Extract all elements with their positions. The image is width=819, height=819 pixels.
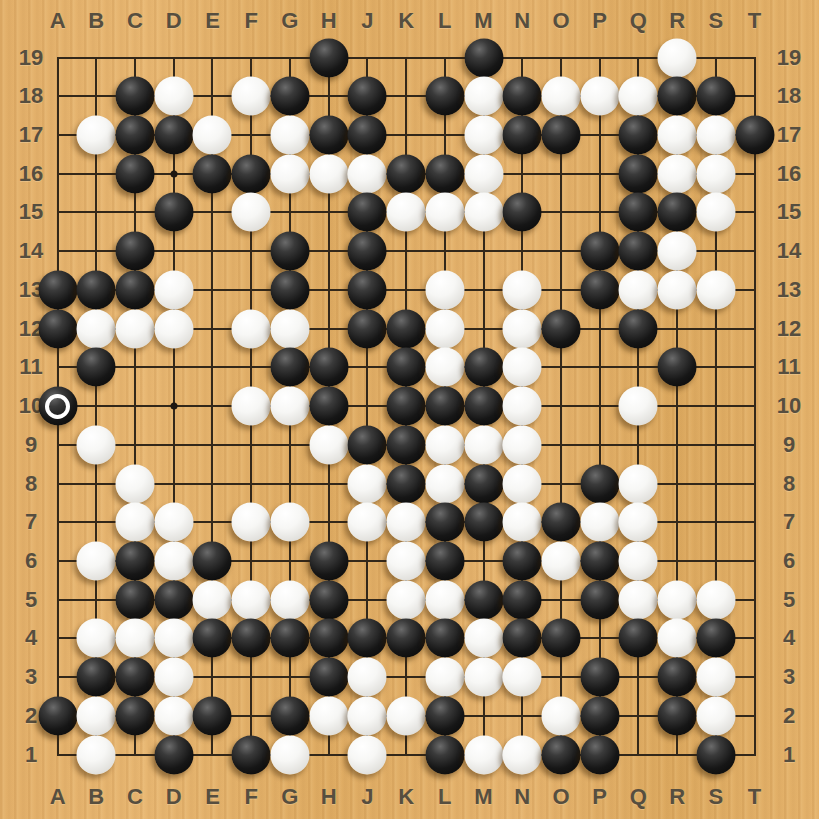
stone-black-N15 — [503, 193, 542, 232]
coord-label-column-bottom: G — [281, 784, 298, 810]
stone-white-F12 — [232, 309, 271, 348]
stone-white-O2 — [541, 696, 580, 735]
coord-label-column-bottom: B — [88, 784, 104, 810]
stone-black-L4 — [425, 619, 464, 658]
coord-label-row-right: 4 — [783, 625, 795, 651]
stone-white-F15 — [232, 193, 271, 232]
stone-white-O18 — [541, 77, 580, 116]
stone-white-F5 — [232, 580, 271, 619]
coord-label-row-left: 19 — [19, 45, 43, 71]
stone-black-C16 — [116, 154, 155, 193]
stone-black-K11 — [387, 348, 426, 387]
coord-label-column-bottom: E — [205, 784, 220, 810]
stone-white-G17 — [270, 116, 309, 155]
coord-label-column-bottom: T — [748, 784, 761, 810]
stone-black-A2 — [38, 696, 77, 735]
stone-black-N4 — [503, 619, 542, 658]
stone-black-P5 — [580, 580, 619, 619]
stone-black-K12 — [387, 309, 426, 348]
stone-black-C17 — [116, 116, 155, 155]
stone-black-P6 — [580, 541, 619, 580]
stone-black-E2 — [193, 696, 232, 735]
last-move-marker — [45, 394, 70, 419]
stone-black-Q15 — [619, 193, 658, 232]
stone-white-F7 — [232, 503, 271, 542]
stone-white-D13 — [154, 270, 193, 309]
stone-black-G13 — [270, 270, 309, 309]
stone-white-Q10 — [619, 387, 658, 426]
stone-black-D15 — [154, 193, 193, 232]
stone-white-B2 — [77, 696, 116, 735]
stone-white-Q7 — [619, 503, 658, 542]
coord-label-column-bottom: R — [669, 784, 685, 810]
stone-black-T17 — [735, 116, 774, 155]
stone-white-M15 — [464, 193, 503, 232]
stone-black-Q17 — [619, 116, 658, 155]
stone-white-K2 — [387, 696, 426, 735]
stone-white-S3 — [696, 658, 735, 697]
stone-white-J7 — [348, 503, 387, 542]
stone-black-Q16 — [619, 154, 658, 193]
coord-label-column-top: T — [748, 8, 761, 34]
stone-black-K10 — [387, 387, 426, 426]
stone-black-C6 — [116, 541, 155, 580]
stone-white-J8 — [348, 464, 387, 503]
stone-black-C2 — [116, 696, 155, 735]
stone-black-R18 — [658, 77, 697, 116]
stone-white-B12 — [77, 309, 116, 348]
stone-white-H2 — [309, 696, 348, 735]
stone-white-N8 — [503, 464, 542, 503]
coord-label-row-right: 19 — [777, 45, 801, 71]
coord-label-row-left: 17 — [19, 122, 43, 148]
stone-black-A10 — [38, 387, 77, 426]
stone-white-N1 — [503, 735, 542, 774]
stone-white-M16 — [464, 154, 503, 193]
stone-black-J18 — [348, 77, 387, 116]
coord-label-row-right: 13 — [777, 277, 801, 303]
stone-white-N13 — [503, 270, 542, 309]
stone-black-N5 — [503, 580, 542, 619]
stone-black-O17 — [541, 116, 580, 155]
coord-label-row-right: 14 — [777, 238, 801, 264]
stone-white-J1 — [348, 735, 387, 774]
coord-label-column-bottom: A — [50, 784, 66, 810]
stone-black-K8 — [387, 464, 426, 503]
stone-white-Q18 — [619, 77, 658, 116]
stone-white-C12 — [116, 309, 155, 348]
stone-white-N3 — [503, 658, 542, 697]
coord-label-column-top: O — [552, 8, 569, 34]
coord-label-column-bottom: K — [398, 784, 414, 810]
coord-label-row-left: 9 — [25, 432, 37, 458]
coord-label-row-right: 10 — [777, 393, 801, 419]
coord-label-row-right: 12 — [777, 316, 801, 342]
stone-white-D3 — [154, 658, 193, 697]
coord-label-row-right: 1 — [783, 742, 795, 768]
coord-label-column-top: R — [669, 8, 685, 34]
stone-white-B6 — [77, 541, 116, 580]
stone-black-D17 — [154, 116, 193, 155]
stone-black-Q14 — [619, 232, 658, 271]
stone-white-Q5 — [619, 580, 658, 619]
stone-black-A12 — [38, 309, 77, 348]
coord-label-column-bottom: S — [708, 784, 723, 810]
stone-black-R2 — [658, 696, 697, 735]
stone-white-R13 — [658, 270, 697, 309]
coord-label-column-bottom: O — [552, 784, 569, 810]
stone-black-M8 — [464, 464, 503, 503]
stone-white-K7 — [387, 503, 426, 542]
stone-white-N12 — [503, 309, 542, 348]
coord-label-row-left: 3 — [25, 664, 37, 690]
coord-label-column-bottom: J — [361, 784, 373, 810]
coord-label-row-right: 6 — [783, 548, 795, 574]
go-game-screenshot: AABBCCDDEEFFGGHHJJKKLLMMNNOOPPQQRRSSTT19… — [0, 0, 819, 819]
stone-black-E4 — [193, 619, 232, 658]
stone-white-C7 — [116, 503, 155, 542]
stone-black-M10 — [464, 387, 503, 426]
stone-black-K9 — [387, 425, 426, 464]
stone-black-R15 — [658, 193, 697, 232]
go-board[interactable]: AABBCCDDEEFFGGHHJJKKLLMMNNOOPPQQRRSSTT19… — [0, 0, 819, 819]
coord-label-row-right: 7 — [783, 509, 795, 535]
stone-white-B9 — [77, 425, 116, 464]
stone-white-M18 — [464, 77, 503, 116]
stone-black-M5 — [464, 580, 503, 619]
stone-white-D4 — [154, 619, 193, 658]
coord-label-column-top: Q — [630, 8, 647, 34]
coord-label-column-bottom: M — [474, 784, 492, 810]
coord-label-column-top: D — [166, 8, 182, 34]
coord-label-column-top: J — [361, 8, 373, 34]
stone-black-N18 — [503, 77, 542, 116]
stone-black-M7 — [464, 503, 503, 542]
stone-black-Q12 — [619, 309, 658, 348]
stone-white-O6 — [541, 541, 580, 580]
stone-white-Q6 — [619, 541, 658, 580]
stone-white-M4 — [464, 619, 503, 658]
coord-label-row-left: 1 — [25, 742, 37, 768]
stone-black-H19 — [309, 38, 348, 77]
stone-black-R11 — [658, 348, 697, 387]
stone-black-P14 — [580, 232, 619, 271]
coord-label-row-right: 18 — [777, 83, 801, 109]
coord-label-row-right: 9 — [783, 432, 795, 458]
stone-black-J13 — [348, 270, 387, 309]
stone-black-N17 — [503, 116, 542, 155]
coord-label-row-right: 5 — [783, 587, 795, 613]
stone-black-C14 — [116, 232, 155, 271]
stone-white-R4 — [658, 619, 697, 658]
stone-white-L13 — [425, 270, 464, 309]
stone-white-H9 — [309, 425, 348, 464]
stone-white-N7 — [503, 503, 542, 542]
stone-white-L9 — [425, 425, 464, 464]
coord-label-row-left: 5 — [25, 587, 37, 613]
stone-black-H4 — [309, 619, 348, 658]
stone-black-L1 — [425, 735, 464, 774]
stone-black-B13 — [77, 270, 116, 309]
stone-white-R5 — [658, 580, 697, 619]
stone-white-M17 — [464, 116, 503, 155]
coord-label-column-top: B — [88, 8, 104, 34]
stone-black-A13 — [38, 270, 77, 309]
stone-black-L7 — [425, 503, 464, 542]
stone-black-G18 — [270, 77, 309, 116]
coord-label-column-top: M — [474, 8, 492, 34]
stone-white-G12 — [270, 309, 309, 348]
stone-black-L18 — [425, 77, 464, 116]
stone-black-F16 — [232, 154, 271, 193]
coord-label-row-left: 11 — [19, 354, 42, 380]
stone-black-C3 — [116, 658, 155, 697]
stone-black-L6 — [425, 541, 464, 580]
stone-black-H5 — [309, 580, 348, 619]
stone-black-H3 — [309, 658, 348, 697]
stone-black-F4 — [232, 619, 271, 658]
stone-white-P18 — [580, 77, 619, 116]
coord-label-row-left: 14 — [19, 238, 43, 264]
stone-black-O4 — [541, 619, 580, 658]
stone-black-B11 — [77, 348, 116, 387]
stone-black-H10 — [309, 387, 348, 426]
stone-black-M19 — [464, 38, 503, 77]
star-point — [170, 403, 177, 410]
grid-line-vertical — [754, 57, 756, 756]
stone-black-C18 — [116, 77, 155, 116]
stone-black-L10 — [425, 387, 464, 426]
stone-black-N6 — [503, 541, 542, 580]
coord-label-row-left: 16 — [19, 161, 43, 187]
coord-label-row-left: 2 — [25, 703, 37, 729]
coord-label-column-top: F — [244, 8, 257, 34]
grid-line-vertical — [599, 57, 601, 756]
stone-white-D12 — [154, 309, 193, 348]
coord-label-row-left: 8 — [25, 471, 37, 497]
stone-white-R19 — [658, 38, 697, 77]
stone-white-G16 — [270, 154, 309, 193]
stone-white-N9 — [503, 425, 542, 464]
stone-white-P7 — [580, 503, 619, 542]
coord-label-column-bottom: N — [514, 784, 530, 810]
stone-white-S17 — [696, 116, 735, 155]
coord-label-column-bottom: C — [127, 784, 143, 810]
coord-label-column-top: S — [708, 8, 723, 34]
coord-label-row-right: 17 — [777, 122, 801, 148]
stone-white-L11 — [425, 348, 464, 387]
stone-white-K5 — [387, 580, 426, 619]
coord-label-column-bottom: D — [166, 784, 182, 810]
stone-black-D5 — [154, 580, 193, 619]
stone-white-B17 — [77, 116, 116, 155]
stone-white-C8 — [116, 464, 155, 503]
stone-black-H6 — [309, 541, 348, 580]
stone-black-C5 — [116, 580, 155, 619]
stone-black-P2 — [580, 696, 619, 735]
stone-black-R3 — [658, 658, 697, 697]
stone-black-B3 — [77, 658, 116, 697]
stone-black-E16 — [193, 154, 232, 193]
coord-label-row-left: 6 — [25, 548, 37, 574]
stone-black-K4 — [387, 619, 426, 658]
stone-black-S1 — [696, 735, 735, 774]
coord-label-row-right: 3 — [783, 664, 795, 690]
coord-label-column-bottom: L — [438, 784, 451, 810]
coord-label-column-bottom: P — [592, 784, 607, 810]
stone-white-S15 — [696, 193, 735, 232]
coord-label-row-left: 4 — [25, 625, 37, 651]
stone-white-D7 — [154, 503, 193, 542]
stone-white-D18 — [154, 77, 193, 116]
stone-white-R17 — [658, 116, 697, 155]
stone-black-G14 — [270, 232, 309, 271]
stone-black-S18 — [696, 77, 735, 116]
stone-black-K16 — [387, 154, 426, 193]
stone-white-G5 — [270, 580, 309, 619]
coord-label-column-top: L — [438, 8, 451, 34]
stone-black-O12 — [541, 309, 580, 348]
stone-white-S2 — [696, 696, 735, 735]
stone-white-D2 — [154, 696, 193, 735]
stone-black-P8 — [580, 464, 619, 503]
coord-label-column-top: A — [50, 8, 66, 34]
stone-black-O7 — [541, 503, 580, 542]
coord-label-column-top: H — [321, 8, 337, 34]
star-point — [170, 170, 177, 177]
coord-label-row-right: 8 — [783, 471, 795, 497]
coord-label-row-right: 2 — [783, 703, 795, 729]
stone-black-G2 — [270, 696, 309, 735]
stone-white-M9 — [464, 425, 503, 464]
stone-black-J15 — [348, 193, 387, 232]
stone-white-L15 — [425, 193, 464, 232]
coord-label-row-left: 7 — [25, 509, 37, 535]
stone-black-L16 — [425, 154, 464, 193]
stone-white-L12 — [425, 309, 464, 348]
stone-black-H11 — [309, 348, 348, 387]
stone-black-G4 — [270, 619, 309, 658]
stone-white-N11 — [503, 348, 542, 387]
stone-black-H17 — [309, 116, 348, 155]
stone-white-D6 — [154, 541, 193, 580]
stone-black-L2 — [425, 696, 464, 735]
stone-white-Q8 — [619, 464, 658, 503]
stone-white-G7 — [270, 503, 309, 542]
coord-label-row-left: 18 — [19, 83, 43, 109]
stone-white-K15 — [387, 193, 426, 232]
coord-label-row-right: 11 — [777, 354, 800, 380]
stone-white-J16 — [348, 154, 387, 193]
coord-label-column-top: E — [205, 8, 220, 34]
stone-white-S16 — [696, 154, 735, 193]
stone-white-S13 — [696, 270, 735, 309]
stone-white-N10 — [503, 387, 542, 426]
stone-white-L8 — [425, 464, 464, 503]
stone-black-P1 — [580, 735, 619, 774]
stone-white-R16 — [658, 154, 697, 193]
stone-white-C4 — [116, 619, 155, 658]
stone-black-S4 — [696, 619, 735, 658]
stone-black-J12 — [348, 309, 387, 348]
stone-black-J14 — [348, 232, 387, 271]
stone-white-G1 — [270, 735, 309, 774]
stone-white-B1 — [77, 735, 116, 774]
stone-black-D1 — [154, 735, 193, 774]
stone-black-J9 — [348, 425, 387, 464]
stone-white-K6 — [387, 541, 426, 580]
stone-black-Q4 — [619, 619, 658, 658]
stone-black-M11 — [464, 348, 503, 387]
coord-label-column-top: G — [281, 8, 298, 34]
stone-black-C13 — [116, 270, 155, 309]
stone-white-Q13 — [619, 270, 658, 309]
stone-black-O1 — [541, 735, 580, 774]
coord-label-column-bottom: F — [244, 784, 257, 810]
coord-label-column-bottom: H — [321, 784, 337, 810]
stone-white-F10 — [232, 387, 271, 426]
coord-label-column-top: K — [398, 8, 414, 34]
stone-white-R14 — [658, 232, 697, 271]
stone-white-E17 — [193, 116, 232, 155]
stone-black-P13 — [580, 270, 619, 309]
stone-black-P3 — [580, 658, 619, 697]
coord-label-column-top: N — [514, 8, 530, 34]
stone-white-S5 — [696, 580, 735, 619]
stone-white-M1 — [464, 735, 503, 774]
stone-white-J2 — [348, 696, 387, 735]
stone-white-E5 — [193, 580, 232, 619]
stone-black-F1 — [232, 735, 271, 774]
stone-black-E6 — [193, 541, 232, 580]
coord-label-column-top: P — [592, 8, 607, 34]
coord-label-row-right: 16 — [777, 161, 801, 187]
stone-white-J3 — [348, 658, 387, 697]
stone-white-B4 — [77, 619, 116, 658]
coord-label-row-left: 15 — [19, 199, 43, 225]
coord-label-column-bottom: Q — [630, 784, 647, 810]
stone-black-J4 — [348, 619, 387, 658]
stone-white-F18 — [232, 77, 271, 116]
stone-black-G11 — [270, 348, 309, 387]
coord-label-column-top: C — [127, 8, 143, 34]
coord-label-row-right: 15 — [777, 199, 801, 225]
stone-white-M3 — [464, 658, 503, 697]
stone-white-H16 — [309, 154, 348, 193]
stone-black-J17 — [348, 116, 387, 155]
stone-white-L3 — [425, 658, 464, 697]
stone-white-L5 — [425, 580, 464, 619]
stone-white-G10 — [270, 387, 309, 426]
